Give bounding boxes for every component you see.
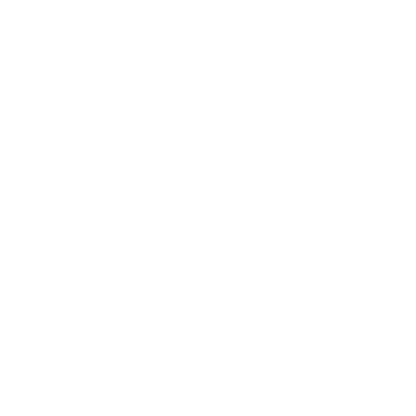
product-photo-stage	[0, 0, 416, 416]
folded-chess-box-photo	[0, 0, 416, 416]
